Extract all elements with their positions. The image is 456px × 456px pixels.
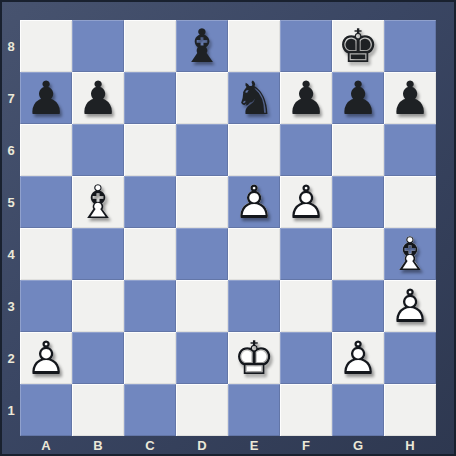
piece-outline-glyph: ♙︎ xyxy=(332,332,384,384)
square-h8[interactable] xyxy=(384,20,436,72)
rank-label-8: 8 xyxy=(2,20,20,72)
rank-label-1: 1 xyxy=(2,384,20,436)
square-f3[interactable] xyxy=(280,280,332,332)
square-h5[interactable] xyxy=(384,176,436,228)
square-f1[interactable] xyxy=(280,384,332,436)
square-d4[interactable] xyxy=(176,228,228,280)
square-g8[interactable]: ♚︎ xyxy=(332,20,384,72)
white-pawn-a2[interactable]: ♟︎♙︎ xyxy=(20,332,72,384)
piece-outline-glyph: ♙︎ xyxy=(280,176,332,228)
square-b4[interactable] xyxy=(72,228,124,280)
black-pawn-b7[interactable]: ♟︎ xyxy=(72,72,124,124)
square-a2[interactable]: ♟︎♙︎ xyxy=(20,332,72,384)
square-g2[interactable]: ♟︎♙︎ xyxy=(332,332,384,384)
file-label-f: F xyxy=(280,436,332,454)
file-label-h: H xyxy=(384,436,436,454)
square-d5[interactable] xyxy=(176,176,228,228)
file-labels: ABCDEFGH xyxy=(20,436,436,454)
chess-board-frame: 87654321 ♝︎♚︎♟︎♟︎♞︎♟︎♟︎♟︎♝︎♗︎♟︎♙︎♟︎♙︎♝︎♗… xyxy=(0,0,456,456)
square-b8[interactable] xyxy=(72,20,124,72)
square-f2[interactable] xyxy=(280,332,332,384)
white-bishop-b5[interactable]: ♝︎♗︎ xyxy=(72,176,124,228)
square-f6[interactable] xyxy=(280,124,332,176)
rank-label-4: 4 xyxy=(2,228,20,280)
rank-label-7: 7 xyxy=(2,72,20,124)
piece-glyph: ♟︎ xyxy=(332,72,384,124)
square-d6[interactable] xyxy=(176,124,228,176)
square-g6[interactable] xyxy=(332,124,384,176)
piece-glyph: ♟︎ xyxy=(280,72,332,124)
square-h7[interactable]: ♟︎ xyxy=(384,72,436,124)
square-d8[interactable]: ♝︎ xyxy=(176,20,228,72)
square-h1[interactable] xyxy=(384,384,436,436)
white-bishop-h4[interactable]: ♝︎♗︎ xyxy=(384,228,436,280)
square-c8[interactable] xyxy=(124,20,176,72)
file-label-a: A xyxy=(20,436,72,454)
square-g5[interactable] xyxy=(332,176,384,228)
square-h6[interactable] xyxy=(384,124,436,176)
square-f5[interactable]: ♟︎♙︎ xyxy=(280,176,332,228)
white-pawn-g2[interactable]: ♟︎♙︎ xyxy=(332,332,384,384)
square-b1[interactable] xyxy=(72,384,124,436)
black-pawn-g7[interactable]: ♟︎ xyxy=(332,72,384,124)
square-h4[interactable]: ♝︎♗︎ xyxy=(384,228,436,280)
black-king-g8[interactable]: ♚︎ xyxy=(332,20,384,72)
square-a1[interactable] xyxy=(20,384,72,436)
square-c2[interactable] xyxy=(124,332,176,384)
black-pawn-a7[interactable]: ♟︎ xyxy=(20,72,72,124)
square-e6[interactable] xyxy=(228,124,280,176)
piece-outline-glyph: ♗︎ xyxy=(72,176,124,228)
square-e8[interactable] xyxy=(228,20,280,72)
white-pawn-f5[interactable]: ♟︎♙︎ xyxy=(280,176,332,228)
square-c5[interactable] xyxy=(124,176,176,228)
square-e1[interactable] xyxy=(228,384,280,436)
white-king-e2[interactable]: ♚︎♔︎ xyxy=(228,332,280,384)
square-b7[interactable]: ♟︎ xyxy=(72,72,124,124)
piece-glyph: ♝︎ xyxy=(176,20,228,72)
rank-labels: 87654321 xyxy=(2,20,20,436)
square-a4[interactable] xyxy=(20,228,72,280)
square-g4[interactable] xyxy=(332,228,384,280)
square-d2[interactable] xyxy=(176,332,228,384)
piece-outline-glyph: ♙︎ xyxy=(20,332,72,384)
piece-glyph: ♟︎ xyxy=(384,72,436,124)
file-label-e: E xyxy=(228,436,280,454)
square-f7[interactable]: ♟︎ xyxy=(280,72,332,124)
square-e7[interactable]: ♞︎ xyxy=(228,72,280,124)
black-knight-e7[interactable]: ♞︎ xyxy=(228,72,280,124)
piece-outline-glyph: ♙︎ xyxy=(228,176,280,228)
white-pawn-e5[interactable]: ♟︎♙︎ xyxy=(228,176,280,228)
square-c3[interactable] xyxy=(124,280,176,332)
square-e2[interactable]: ♚︎♔︎ xyxy=(228,332,280,384)
file-label-c: C xyxy=(124,436,176,454)
rank-label-5: 5 xyxy=(2,176,20,228)
square-g3[interactable] xyxy=(332,280,384,332)
piece-outline-glyph: ♙︎ xyxy=(384,280,436,332)
square-h3[interactable]: ♟︎♙︎ xyxy=(384,280,436,332)
square-a6[interactable] xyxy=(20,124,72,176)
square-d1[interactable] xyxy=(176,384,228,436)
square-c4[interactable] xyxy=(124,228,176,280)
board: ♝︎♚︎♟︎♟︎♞︎♟︎♟︎♟︎♝︎♗︎♟︎♙︎♟︎♙︎♝︎♗︎♟︎♙︎♟︎♙︎… xyxy=(20,20,436,436)
square-c6[interactable] xyxy=(124,124,176,176)
square-b5[interactable]: ♝︎♗︎ xyxy=(72,176,124,228)
square-e4[interactable] xyxy=(228,228,280,280)
square-a8[interactable] xyxy=(20,20,72,72)
rank-label-6: 6 xyxy=(2,124,20,176)
black-pawn-h7[interactable]: ♟︎ xyxy=(384,72,436,124)
square-d7[interactable] xyxy=(176,72,228,124)
file-label-b: B xyxy=(72,436,124,454)
square-h2[interactable] xyxy=(384,332,436,384)
square-d3[interactable] xyxy=(176,280,228,332)
rank-label-3: 3 xyxy=(2,280,20,332)
square-c1[interactable] xyxy=(124,384,176,436)
square-f4[interactable] xyxy=(280,228,332,280)
square-f8[interactable] xyxy=(280,20,332,72)
square-g7[interactable]: ♟︎ xyxy=(332,72,384,124)
square-g1[interactable] xyxy=(332,384,384,436)
piece-glyph: ♞︎ xyxy=(228,72,280,124)
square-b6[interactable] xyxy=(72,124,124,176)
rank-label-2: 2 xyxy=(2,332,20,384)
file-label-d: D xyxy=(176,436,228,454)
square-e5[interactable]: ♟︎♙︎ xyxy=(228,176,280,228)
square-c7[interactable] xyxy=(124,72,176,124)
piece-glyph: ♟︎ xyxy=(20,72,72,124)
piece-outline-glyph: ♔︎ xyxy=(228,332,280,384)
square-b3[interactable] xyxy=(72,280,124,332)
black-pawn-f7[interactable]: ♟︎ xyxy=(280,72,332,124)
square-a5[interactable] xyxy=(20,176,72,228)
square-a7[interactable]: ♟︎ xyxy=(20,72,72,124)
black-bishop-d8[interactable]: ♝︎ xyxy=(176,20,228,72)
piece-outline-glyph: ♗︎ xyxy=(384,228,436,280)
square-a3[interactable] xyxy=(20,280,72,332)
piece-glyph: ♟︎ xyxy=(72,72,124,124)
white-pawn-h3[interactable]: ♟︎♙︎ xyxy=(384,280,436,332)
square-b2[interactable] xyxy=(72,332,124,384)
square-e3[interactable] xyxy=(228,280,280,332)
file-label-g: G xyxy=(332,436,384,454)
piece-glyph: ♚︎ xyxy=(332,20,384,72)
